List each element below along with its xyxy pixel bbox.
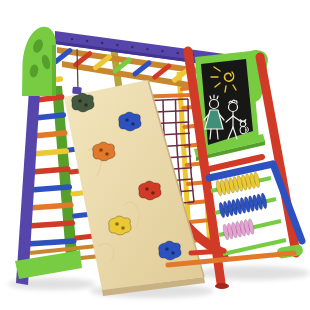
hold-hole (105, 152, 109, 156)
abacus-rod (223, 240, 286, 254)
ladder-rung (32, 169, 68, 172)
base-red-bar (191, 251, 224, 253)
ladder-rung (29, 205, 71, 208)
ladder-rung (28, 223, 72, 226)
beam-hole (176, 52, 179, 55)
hold-hole (84, 103, 88, 107)
hold-hole (171, 251, 175, 255)
beam-hole (146, 48, 149, 51)
climbing-hold (139, 181, 162, 200)
beam-hole (86, 40, 89, 43)
ladder-rung (37, 97, 62, 100)
beam-hole (161, 50, 164, 53)
climbing-hold (109, 216, 132, 235)
beam-hole (71, 38, 74, 41)
hold-hole (121, 226, 125, 230)
climbing-hold (72, 93, 95, 112)
ladder-rung (27, 241, 74, 244)
hold-hole (131, 122, 135, 126)
sun-ray (225, 86, 226, 92)
rear-rung (190, 220, 210, 222)
hold-hole (151, 191, 155, 195)
ladder-rung (34, 133, 65, 136)
right-frame-foot (215, 283, 229, 289)
ladder-rung (33, 151, 66, 154)
hold-hole (115, 222, 119, 226)
hold-blob (119, 112, 142, 131)
hold-hole (125, 118, 129, 122)
hold-hole (165, 247, 169, 251)
ladder-rung (35, 115, 63, 118)
hold-blob (159, 241, 182, 260)
climbing-hold (93, 142, 116, 161)
arch-shape (22, 27, 56, 96)
climbing-hold (119, 112, 142, 131)
hold-hole (145, 187, 149, 191)
arch-edge (52, 45, 56, 96)
beam-hole (116, 44, 119, 47)
left-arch-panel (22, 27, 56, 96)
ladder-rung (30, 187, 69, 190)
hold-hole (78, 99, 82, 103)
product-photo-stage (0, 0, 310, 310)
abacus (209, 164, 302, 254)
hold-blob (139, 181, 162, 200)
climbing-playset-illustration (0, 0, 310, 310)
bottom-wood-bar (30, 246, 97, 253)
beam-hole (101, 42, 104, 45)
hold-blob (109, 216, 132, 235)
climbing-hold (159, 241, 182, 260)
hold-hole (99, 148, 103, 152)
hold-blob (72, 93, 95, 112)
hold-blob (93, 142, 116, 161)
beam-hole (131, 46, 134, 49)
